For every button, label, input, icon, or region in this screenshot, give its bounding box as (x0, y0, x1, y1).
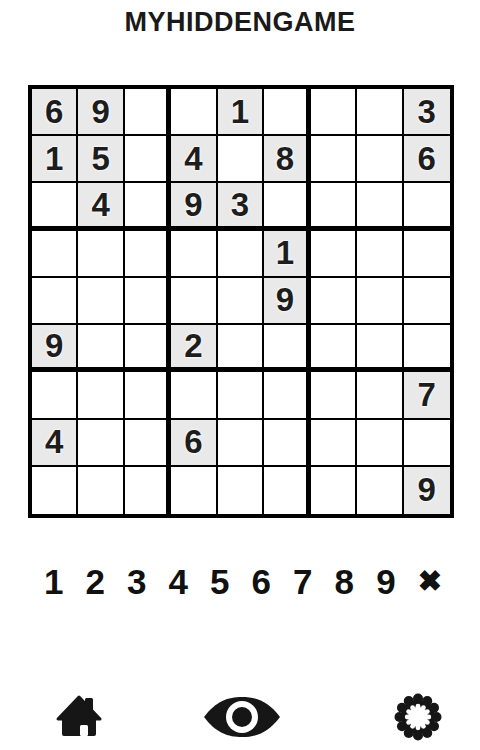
cell-r5c4[interactable] (171, 278, 217, 325)
cell-r1c2[interactable]: 9 (78, 89, 124, 136)
cell-r9c9[interactable]: 9 (404, 467, 450, 514)
cell-r8c9[interactable] (404, 420, 450, 467)
cell-r1c8[interactable] (357, 89, 403, 136)
cell-r4c7[interactable] (311, 231, 357, 278)
cell-r1c5[interactable]: 1 (218, 89, 264, 136)
cell-r3c2[interactable]: 4 (78, 183, 124, 230)
cell-r4c3[interactable] (125, 231, 171, 278)
cell-r2c8[interactable] (357, 136, 403, 183)
cell-r7c3[interactable] (125, 372, 171, 419)
numpad-8[interactable]: 8 (335, 564, 354, 599)
cell-r6c5[interactable] (218, 325, 264, 372)
cell-r5c6[interactable]: 9 (264, 278, 310, 325)
page-title: MYHIDDENGAME (0, 7, 480, 38)
cell-r6c6[interactable] (264, 325, 310, 372)
cell-r8c5[interactable] (218, 420, 264, 467)
cell-r9c8[interactable] (357, 467, 403, 514)
eye-icon (202, 694, 282, 740)
cell-r3c8[interactable] (357, 183, 403, 230)
cell-r5c1[interactable] (32, 278, 78, 325)
cell-r2c2[interactable]: 5 (78, 136, 124, 183)
cell-r1c9[interactable]: 3 (404, 89, 450, 136)
cell-r8c2[interactable] (78, 420, 124, 467)
cell-r3c1[interactable] (32, 183, 78, 230)
cell-r9c6[interactable] (264, 467, 310, 514)
cell-r8c6[interactable] (264, 420, 310, 467)
numpad-7[interactable]: 7 (293, 564, 312, 599)
cell-r3c4[interactable]: 9 (171, 183, 217, 230)
cell-r8c7[interactable] (311, 420, 357, 467)
cell-r2c5[interactable] (218, 136, 264, 183)
gear-icon (394, 693, 442, 741)
cell-r5c2[interactable] (78, 278, 124, 325)
cell-r9c5[interactable] (218, 467, 264, 514)
cell-r6c1[interactable]: 9 (32, 325, 78, 372)
cell-r7c9[interactable]: 7 (404, 372, 450, 419)
cell-r4c9[interactable] (404, 231, 450, 278)
cell-r6c3[interactable] (125, 325, 171, 372)
cell-r5c8[interactable] (357, 278, 403, 325)
erase-x-icon[interactable]: ✖ (418, 567, 442, 596)
cell-r7c4[interactable] (171, 372, 217, 419)
cell-r8c1[interactable]: 4 (32, 420, 78, 467)
cell-r2c3[interactable] (125, 136, 171, 183)
numpad-1[interactable]: 1 (44, 564, 63, 599)
cell-r4c4[interactable] (171, 231, 217, 278)
cell-r1c1[interactable]: 6 (32, 89, 78, 136)
numpad-4[interactable]: 4 (169, 564, 188, 599)
cell-r9c3[interactable] (125, 467, 171, 514)
cell-r6c4[interactable]: 2 (171, 325, 217, 372)
number-pad: 1 2 3 4 5 6 7 8 9 ✖ (44, 556, 442, 606)
cell-r3c3[interactable] (125, 183, 171, 230)
numpad-6[interactable]: 6 (252, 564, 271, 599)
cell-r8c4[interactable]: 6 (171, 420, 217, 467)
cell-r1c4[interactable] (171, 89, 217, 136)
cell-r9c7[interactable] (311, 467, 357, 514)
cell-r2c9[interactable]: 6 (404, 136, 450, 183)
reveal-button[interactable] (202, 694, 282, 740)
cell-r5c9[interactable] (404, 278, 450, 325)
cell-r2c7[interactable] (311, 136, 357, 183)
numpad-2[interactable]: 2 (86, 564, 105, 599)
cell-r4c6[interactable]: 1 (264, 231, 310, 278)
cell-r6c7[interactable] (311, 325, 357, 372)
cell-r7c7[interactable] (311, 372, 357, 419)
home-button[interactable] (55, 694, 103, 739)
cell-r7c8[interactable] (357, 372, 403, 419)
numpad-3[interactable]: 3 (127, 564, 146, 599)
cell-r7c2[interactable] (78, 372, 124, 419)
cell-r9c1[interactable] (32, 467, 78, 514)
cell-r5c3[interactable] (125, 278, 171, 325)
cell-r7c5[interactable] (218, 372, 264, 419)
numpad-5[interactable]: 5 (210, 564, 229, 599)
cell-r1c6[interactable] (264, 89, 310, 136)
cell-r4c5[interactable] (218, 231, 264, 278)
cell-r3c7[interactable] (311, 183, 357, 230)
cell-r8c3[interactable] (125, 420, 171, 467)
cell-r4c8[interactable] (357, 231, 403, 278)
cell-r2c1[interactable]: 1 (32, 136, 78, 183)
cell-r5c7[interactable] (311, 278, 357, 325)
cell-r5c5[interactable] (218, 278, 264, 325)
cell-r7c1[interactable] (32, 372, 78, 419)
cell-r2c6[interactable]: 8 (264, 136, 310, 183)
cell-r1c7[interactable] (311, 89, 357, 136)
cell-r6c8[interactable] (357, 325, 403, 372)
cell-r2c4[interactable]: 4 (171, 136, 217, 183)
cell-r4c2[interactable] (78, 231, 124, 278)
cell-r9c2[interactable] (78, 467, 124, 514)
cell-r9c4[interactable] (171, 467, 217, 514)
settings-button[interactable] (394, 693, 442, 741)
cell-r4c1[interactable] (32, 231, 78, 278)
cell-r3c5[interactable]: 3 (218, 183, 264, 230)
cell-r3c9[interactable] (404, 183, 450, 230)
cell-r6c2[interactable] (78, 325, 124, 372)
cell-r3c6[interactable] (264, 183, 310, 230)
sudoku-board: 6913 15486 493 1 9 92 7 46 9 (28, 85, 454, 518)
cell-r1c3[interactable] (125, 89, 171, 136)
numpad-9[interactable]: 9 (376, 564, 395, 599)
home-icon (55, 694, 103, 739)
cell-r7c6[interactable] (264, 372, 310, 419)
cell-r6c9[interactable] (404, 325, 450, 372)
cell-r8c8[interactable] (357, 420, 403, 467)
